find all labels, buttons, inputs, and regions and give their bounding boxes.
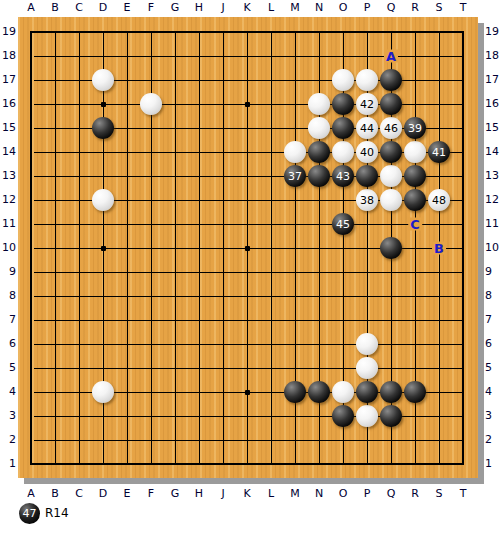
grid-line-h	[34, 368, 464, 369]
stone-white-F16	[140, 93, 162, 115]
star-point-K10	[245, 246, 250, 251]
coord-label-G: G	[171, 487, 180, 500]
stone-white-N16	[308, 93, 330, 115]
star-point-K4	[245, 390, 250, 395]
coord-label-E: E	[124, 487, 131, 500]
coord-label-O: O	[339, 487, 348, 500]
coord-label-K: K	[243, 1, 250, 14]
row-label-right-19: 19	[485, 25, 500, 38]
caption-stone-black-47: 47	[19, 503, 40, 524]
coord-label-D: D	[99, 487, 107, 500]
coord-label-A: A	[27, 1, 35, 14]
stone-black-R13	[404, 165, 426, 187]
row-label-left-18: 18	[0, 49, 16, 62]
row-label-right-1: 1	[485, 457, 500, 470]
row-label-right-13: 13	[485, 169, 500, 182]
stone-black-Q4	[380, 381, 402, 403]
coord-label-P: P	[364, 1, 371, 14]
coord-label-G: G	[171, 1, 180, 14]
caption-location-text: R14	[45, 506, 69, 520]
stone-white-P6	[356, 333, 378, 355]
stone-white-P3	[356, 405, 378, 427]
stone-white-O4	[332, 381, 354, 403]
row-label-right-15: 15	[485, 121, 500, 134]
stone-white-P15: 44	[356, 117, 378, 139]
coord-label-F: F	[148, 487, 154, 500]
coord-label-D: D	[99, 1, 107, 14]
move-number-42: 42	[356, 93, 378, 115]
move-number-44: 44	[356, 117, 378, 139]
coord-label-Q: Q	[387, 1, 396, 14]
coord-label-M: M	[290, 1, 300, 14]
row-label-right-10: 10	[485, 241, 500, 254]
stone-black-N14	[308, 141, 330, 163]
row-label-right-5: 5	[485, 361, 500, 374]
stone-white-P16: 42	[356, 93, 378, 115]
coord-label-C: C	[75, 487, 83, 500]
row-label-left-15: 15	[0, 121, 16, 134]
coord-label-J: J	[221, 487, 224, 500]
move-number-43: 43	[332, 165, 354, 187]
row-label-right-6: 6	[485, 337, 500, 350]
grid-line-h	[34, 56, 464, 57]
row-label-left-16: 16	[0, 97, 16, 110]
coord-label-H: H	[195, 1, 203, 14]
stone-black-M4	[284, 381, 306, 403]
stone-black-Q17	[380, 69, 402, 91]
row-label-left-5: 5	[0, 361, 16, 374]
row-label-left-17: 17	[0, 73, 16, 86]
coord-label-L: L	[268, 1, 274, 14]
stone-white-P14: 40	[356, 141, 378, 163]
row-label-right-12: 12	[485, 193, 500, 206]
stone-black-R4	[404, 381, 426, 403]
grid-line-h	[34, 272, 464, 273]
row-label-right-14: 14	[485, 145, 500, 158]
row-label-left-8: 8	[0, 289, 16, 302]
coord-label-R: R	[411, 1, 419, 14]
row-label-right-7: 7	[485, 313, 500, 326]
grid-line-h	[34, 440, 464, 441]
stone-black-Q3	[380, 405, 402, 427]
stone-white-Q12	[380, 189, 402, 211]
move-number-41: 41	[428, 141, 450, 163]
stone-black-M13: 37	[284, 165, 306, 187]
stone-black-P13	[356, 165, 378, 187]
stone-white-O14	[332, 141, 354, 163]
row-label-left-4: 4	[0, 385, 16, 398]
caption-move-number: 47	[23, 507, 37, 520]
grid-line-v	[271, 33, 272, 463]
stone-black-D15	[92, 117, 114, 139]
move-number-38: 38	[356, 189, 378, 211]
row-label-right-9: 9	[485, 265, 500, 278]
row-label-left-2: 2	[0, 433, 16, 446]
row-label-left-11: 11	[0, 217, 16, 230]
stone-white-D17	[92, 69, 114, 91]
stone-white-O17	[332, 69, 354, 91]
move-number-37: 37	[284, 165, 306, 187]
move-number-39: 39	[404, 117, 426, 139]
stone-white-D12	[92, 189, 114, 211]
stone-black-P4	[356, 381, 378, 403]
stone-white-P5	[356, 357, 378, 379]
coord-label-N: N	[315, 487, 323, 500]
stone-black-S14: 41	[428, 141, 450, 163]
stone-white-M14	[284, 141, 306, 163]
grid-line-h	[34, 344, 464, 345]
coord-label-C: C	[75, 1, 83, 14]
coord-label-H: H	[195, 487, 203, 500]
stone-black-O11: 45	[332, 213, 354, 235]
coord-label-Q: Q	[387, 487, 396, 500]
star-point-D10	[101, 246, 106, 251]
row-label-left-3: 3	[0, 409, 16, 422]
stone-white-R14	[404, 141, 426, 163]
move-number-46: 46	[380, 117, 402, 139]
row-label-right-4: 4	[485, 385, 500, 398]
stone-black-O13: 43	[332, 165, 354, 187]
stone-black-Q10	[380, 237, 402, 259]
coord-label-A: A	[27, 487, 35, 500]
stone-black-R15: 39	[404, 117, 426, 139]
stone-white-D4	[92, 381, 114, 403]
row-label-left-19: 19	[0, 25, 16, 38]
coord-label-M: M	[290, 487, 300, 500]
star-point-K16	[245, 102, 250, 107]
coord-label-E: E	[124, 1, 131, 14]
stone-white-N15	[308, 117, 330, 139]
coord-label-J: J	[221, 1, 224, 14]
stone-white-P17	[356, 69, 378, 91]
annotation-B: B	[432, 242, 446, 255]
stone-white-P12: 38	[356, 189, 378, 211]
row-label-left-12: 12	[0, 193, 16, 206]
annotation-A: A	[384, 50, 398, 63]
stone-black-R12	[404, 189, 426, 211]
coord-label-F: F	[148, 1, 154, 14]
coord-label-O: O	[339, 1, 348, 14]
row-label-left-10: 10	[0, 241, 16, 254]
move-number-40: 40	[356, 141, 378, 163]
row-label-right-8: 8	[485, 289, 500, 302]
annotation-C: C	[408, 218, 422, 231]
row-label-right-3: 3	[485, 409, 500, 422]
kifu-diagram-page: ABCDEFGHJKLMNOPQRST ABCDEFGHJKLMNOPQRST …	[0, 0, 500, 537]
row-label-right-18: 18	[485, 49, 500, 62]
stone-black-Q14	[380, 141, 402, 163]
coord-label-R: R	[411, 487, 419, 500]
stone-black-O3	[332, 405, 354, 427]
coord-label-N: N	[315, 1, 323, 14]
stone-black-O15	[332, 117, 354, 139]
star-point-D16	[101, 102, 106, 107]
stone-white-S12: 48	[428, 189, 450, 211]
coord-label-L: L	[268, 487, 274, 500]
grid-line-h	[34, 224, 464, 225]
move-caption: 47 R14	[0, 500, 200, 530]
stone-black-O16	[332, 93, 354, 115]
row-label-right-2: 2	[485, 433, 500, 446]
stone-white-Q15: 46	[380, 117, 402, 139]
coord-label-S: S	[436, 487, 443, 500]
go-board: 4244464038483743394145 ABC	[18, 17, 478, 478]
coord-label-S: S	[436, 1, 443, 14]
row-label-right-11: 11	[485, 217, 500, 230]
stone-white-Q13	[380, 165, 402, 187]
coord-label-T: T	[460, 1, 467, 14]
grid-line-h	[34, 296, 464, 297]
row-label-left-14: 14	[0, 145, 16, 158]
row-label-left-6: 6	[0, 337, 16, 350]
stone-black-N13	[308, 165, 330, 187]
row-label-left-1: 1	[0, 457, 16, 470]
move-number-45: 45	[332, 213, 354, 235]
row-label-right-17: 17	[485, 73, 500, 86]
row-label-left-7: 7	[0, 313, 16, 326]
coord-label-P: P	[364, 487, 371, 500]
stone-black-N4	[308, 381, 330, 403]
coord-label-K: K	[243, 487, 250, 500]
coord-label-B: B	[51, 1, 59, 14]
coord-label-T: T	[460, 487, 467, 500]
grid-line-h	[34, 320, 464, 321]
row-label-left-13: 13	[0, 169, 16, 182]
coord-label-B: B	[51, 487, 59, 500]
move-number-48: 48	[428, 189, 450, 211]
row-label-left-9: 9	[0, 265, 16, 278]
stone-black-Q16	[380, 93, 402, 115]
row-label-right-16: 16	[485, 97, 500, 110]
